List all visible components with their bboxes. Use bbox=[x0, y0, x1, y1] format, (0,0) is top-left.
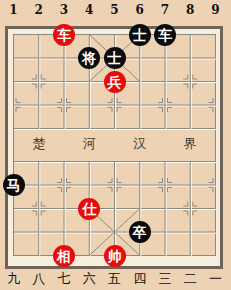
river-char-3: 汉 bbox=[127, 136, 153, 152]
red-general[interactable]: 帅 bbox=[104, 245, 126, 267]
river-char-1: 楚 bbox=[26, 136, 52, 152]
river-char-2: 河 bbox=[76, 136, 102, 152]
black-chariot[interactable]: 车 bbox=[154, 24, 176, 46]
river-char-4: 界 bbox=[177, 136, 203, 152]
red-soldier[interactable]: 兵 bbox=[104, 71, 126, 93]
red-elephant[interactable]: 相 bbox=[53, 245, 75, 267]
red-advisor[interactable]: 仕 bbox=[78, 198, 100, 220]
black-horse[interactable]: 马 bbox=[3, 174, 25, 196]
xiangqi-app-window: 123456789 九八七六五四三二一 楚河汉界 车士车将士兵马仕卒相帅 bbox=[0, 0, 231, 290]
black-advisor[interactable]: 士 bbox=[129, 24, 151, 46]
red-chariot[interactable]: 车 bbox=[53, 24, 75, 46]
black-advisor[interactable]: 士 bbox=[104, 47, 126, 69]
black-soldier[interactable]: 卒 bbox=[129, 221, 151, 243]
